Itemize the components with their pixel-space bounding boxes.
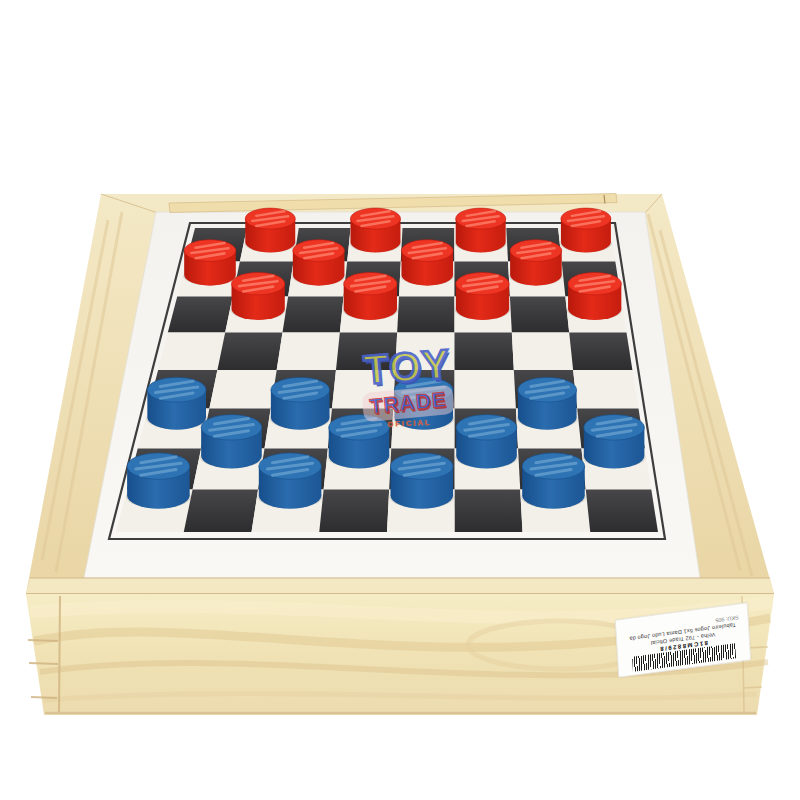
- checker-piece-blue: [200, 415, 263, 469]
- checker-piece-red: [567, 272, 622, 319]
- checker-piece-red: [230, 272, 285, 319]
- checker-piece-blue: [146, 377, 207, 429]
- product-photo-checkers-box: TOY TRADE OFICIAL 81CM8829/8 Velha - 792…: [0, 0, 800, 800]
- checker-piece-red: [349, 208, 401, 252]
- dark-square: [586, 490, 658, 532]
- checker-piece-blue: [393, 377, 454, 429]
- checker-piece-red: [455, 208, 507, 252]
- checker-piece-red: [183, 240, 237, 286]
- checker-piece-blue: [583, 415, 646, 469]
- lid-front-rail: [26, 578, 774, 594]
- checker-piece-blue: [270, 377, 331, 429]
- checker-piece-blue: [521, 453, 586, 509]
- checker-piece-blue: [455, 415, 518, 469]
- checker-piece-blue: [258, 453, 323, 509]
- dark-square: [455, 333, 514, 370]
- dark-square: [569, 333, 632, 370]
- checker-piece-red: [560, 208, 612, 252]
- light-square: [573, 370, 638, 409]
- dark-square: [319, 490, 389, 532]
- dark-square: [510, 296, 569, 332]
- checker-piece-blue: [389, 453, 454, 509]
- dark-square: [184, 490, 258, 532]
- checker-piece-red: [509, 240, 563, 286]
- light-square: [512, 333, 573, 370]
- checker-piece-red: [292, 240, 346, 286]
- dark-square: [168, 296, 233, 332]
- checker-piece-red: [244, 208, 296, 252]
- light-square: [332, 370, 395, 409]
- light-square: [158, 333, 225, 370]
- checker-piece-blue: [517, 377, 578, 429]
- checker-piece-red: [343, 272, 398, 319]
- checker-piece-blue: [126, 453, 191, 509]
- wooden-box-checkers-board: [0, 0, 800, 800]
- checker-piece-red: [455, 272, 510, 319]
- light-square: [209, 370, 276, 409]
- light-square: [395, 333, 454, 370]
- dark-square: [217, 333, 282, 370]
- dark-square: [455, 490, 523, 532]
- dark-square: [397, 296, 454, 332]
- dark-square: [336, 333, 397, 370]
- light-square: [277, 333, 340, 370]
- dark-square: [283, 296, 344, 332]
- checker-piece-blue: [327, 415, 390, 469]
- light-square: [455, 370, 516, 409]
- checker-piece-red: [400, 240, 454, 286]
